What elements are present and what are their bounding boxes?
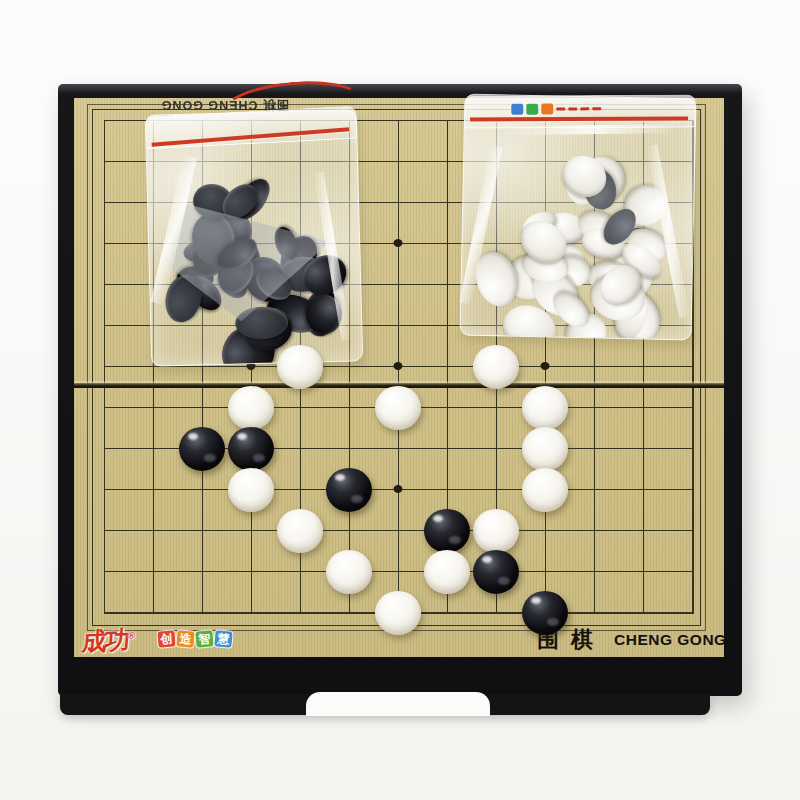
stone-black	[326, 468, 372, 512]
slogan-tile: 创	[157, 630, 175, 647]
stone-black	[424, 509, 470, 553]
bag-black-stones	[145, 109, 364, 366]
slogan-tile: 慧	[214, 630, 232, 647]
label-red-mark	[592, 107, 601, 110]
star-point	[394, 485, 403, 493]
label-chip	[526, 103, 538, 114]
registered-mark: ®	[128, 630, 136, 640]
stone-white	[522, 427, 568, 471]
brand-logo-text: 成功	[81, 625, 129, 656]
stone-white	[522, 386, 568, 430]
stone-white	[522, 468, 568, 512]
stone-black	[473, 550, 519, 594]
stone-white	[277, 509, 323, 553]
slogan-tile: 智	[195, 630, 213, 647]
star-point	[394, 362, 403, 370]
stone-black	[522, 591, 568, 635]
product-photo: 围棋 CHENG GONG 成功® 创造智慧 围棋 CHENG GONG	[0, 0, 800, 800]
stone-white	[424, 550, 470, 594]
stone-white	[375, 386, 421, 430]
stone-black	[179, 427, 225, 471]
stone-white	[277, 345, 323, 389]
bag-white-stones	[459, 94, 696, 341]
slogan-tile: 造	[176, 630, 194, 647]
star-point	[394, 239, 403, 247]
label-red-mark	[568, 107, 577, 110]
brand-logo: 成功®	[81, 623, 136, 659]
game-name-en: CHENG GONG	[614, 631, 727, 649]
stone-white	[473, 509, 519, 553]
star-point	[541, 362, 550, 370]
brand-slogan-tiles: 创造智慧	[158, 631, 232, 647]
stone-white	[228, 386, 274, 430]
stone-white	[326, 550, 372, 594]
label-red-mark	[556, 107, 565, 110]
label-red-mark	[580, 107, 589, 110]
label-chip	[511, 103, 523, 114]
stone-white	[228, 468, 274, 512]
stone-black	[228, 427, 274, 471]
bag-label-strip	[511, 101, 601, 115]
stone-white	[473, 345, 519, 389]
stone-white	[375, 591, 421, 635]
board-feet-notch	[306, 692, 490, 716]
label-chip	[541, 103, 553, 114]
